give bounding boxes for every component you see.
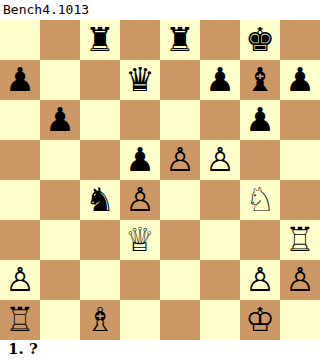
- square-d6[interactable]: [120, 100, 160, 140]
- white-knight: ♘: [245, 180, 275, 220]
- square-h1[interactable]: [280, 300, 320, 340]
- square-f6[interactable]: [200, 100, 240, 140]
- black-bishop: ♝: [245, 60, 275, 100]
- square-f4[interactable]: [200, 180, 240, 220]
- square-d2[interactable]: [120, 260, 160, 300]
- black-queen: ♛: [125, 60, 155, 100]
- square-h7[interactable]: ♟: [280, 60, 320, 100]
- square-e7[interactable]: [160, 60, 200, 100]
- square-h8[interactable]: [280, 20, 320, 60]
- square-c5[interactable]: [80, 140, 120, 180]
- square-a7[interactable]: ♟: [0, 60, 40, 100]
- square-g3[interactable]: [240, 220, 280, 260]
- white-king: ♔: [245, 300, 275, 340]
- black-king: ♚: [245, 20, 275, 60]
- square-d4[interactable]: ♙: [120, 180, 160, 220]
- white-bishop: ♗: [85, 300, 115, 340]
- square-f2[interactable]: [200, 260, 240, 300]
- square-e3[interactable]: [160, 220, 200, 260]
- square-f5[interactable]: ♙: [200, 140, 240, 180]
- xboard-window: Bench4.1013 ♜♜♚♟♛♟♝♟♟♟♟♙♙♞♙♘♕♖♙♙♙♖♗♔ 1. …: [0, 0, 320, 360]
- black-rook: ♜: [165, 20, 195, 60]
- square-d7[interactable]: ♛: [120, 60, 160, 100]
- white-rook: ♖: [285, 220, 315, 260]
- square-c1[interactable]: ♗: [80, 300, 120, 340]
- black-pawn: ♟: [205, 60, 235, 100]
- square-a8[interactable]: [0, 20, 40, 60]
- white-pawn: ♙: [5, 260, 35, 300]
- square-b2[interactable]: [40, 260, 80, 300]
- square-g1[interactable]: ♔: [240, 300, 280, 340]
- square-c3[interactable]: [80, 220, 120, 260]
- square-c7[interactable]: [80, 60, 120, 100]
- black-knight: ♞: [85, 180, 115, 220]
- square-h5[interactable]: [280, 140, 320, 180]
- square-g8[interactable]: ♚: [240, 20, 280, 60]
- square-f7[interactable]: ♟: [200, 60, 240, 100]
- white-pawn: ♙: [245, 260, 275, 300]
- square-c4[interactable]: ♞: [80, 180, 120, 220]
- square-g7[interactable]: ♝: [240, 60, 280, 100]
- square-b4[interactable]: [40, 180, 80, 220]
- square-f3[interactable]: [200, 220, 240, 260]
- square-e1[interactable]: [160, 300, 200, 340]
- square-e2[interactable]: [160, 260, 200, 300]
- square-c8[interactable]: ♜: [80, 20, 120, 60]
- square-h6[interactable]: [280, 100, 320, 140]
- white-pawn: ♙: [165, 140, 195, 180]
- square-d8[interactable]: [120, 20, 160, 60]
- square-b5[interactable]: [40, 140, 80, 180]
- square-g6[interactable]: ♟: [240, 100, 280, 140]
- white-queen: ♕: [125, 220, 155, 260]
- square-g4[interactable]: ♘: [240, 180, 280, 220]
- black-rook: ♜: [85, 20, 115, 60]
- square-d5[interactable]: ♟: [120, 140, 160, 180]
- square-g2[interactable]: ♙: [240, 260, 280, 300]
- square-b1[interactable]: [40, 300, 80, 340]
- black-pawn: ♟: [45, 100, 75, 140]
- square-f1[interactable]: [200, 300, 240, 340]
- square-e5[interactable]: ♙: [160, 140, 200, 180]
- square-c2[interactable]: [80, 260, 120, 300]
- window-title: Bench4.1013: [0, 0, 320, 20]
- square-a6[interactable]: [0, 100, 40, 140]
- white-rook: ♖: [5, 300, 35, 340]
- black-pawn: ♟: [125, 140, 155, 180]
- square-e8[interactable]: ♜: [160, 20, 200, 60]
- square-a3[interactable]: [0, 220, 40, 260]
- square-g5[interactable]: [240, 140, 280, 180]
- square-a2[interactable]: ♙: [0, 260, 40, 300]
- square-a4[interactable]: [0, 180, 40, 220]
- white-pawn: ♙: [205, 140, 235, 180]
- square-a1[interactable]: ♖: [0, 300, 40, 340]
- square-e4[interactable]: [160, 180, 200, 220]
- square-h2[interactable]: ♙: [280, 260, 320, 300]
- white-pawn: ♙: [125, 180, 155, 220]
- square-e6[interactable]: [160, 100, 200, 140]
- move-prompt: 1. ?: [0, 340, 320, 360]
- square-b6[interactable]: ♟: [40, 100, 80, 140]
- black-pawn: ♟: [285, 60, 315, 100]
- square-b7[interactable]: [40, 60, 80, 100]
- white-pawn: ♙: [285, 260, 315, 300]
- square-c6[interactable]: [80, 100, 120, 140]
- square-d1[interactable]: [120, 300, 160, 340]
- square-b8[interactable]: [40, 20, 80, 60]
- square-a5[interactable]: [0, 140, 40, 180]
- square-h4[interactable]: [280, 180, 320, 220]
- black-pawn: ♟: [245, 100, 275, 140]
- square-f8[interactable]: [200, 20, 240, 60]
- square-h3[interactable]: ♖: [280, 220, 320, 260]
- chess-board: ♜♜♚♟♛♟♝♟♟♟♟♙♙♞♙♘♕♖♙♙♙♖♗♔: [0, 20, 320, 340]
- black-pawn: ♟: [5, 60, 35, 100]
- square-d3[interactable]: ♕: [120, 220, 160, 260]
- square-b3[interactable]: [40, 220, 80, 260]
